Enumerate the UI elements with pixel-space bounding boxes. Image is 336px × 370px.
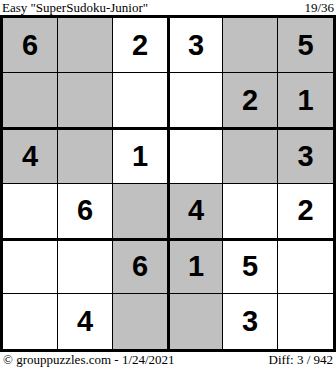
cell-r5c2[interactable]: [58, 239, 113, 294]
copyright-text: © grouppuzzles.com - 1/24/2021: [3, 353, 175, 367]
cell-r1c2[interactable]: [58, 18, 113, 73]
cell-r2c3[interactable]: [113, 73, 168, 128]
cells-counter: 19/36: [304, 1, 334, 15]
cell-r6c3[interactable]: [113, 294, 168, 349]
cell-r1c5[interactable]: [223, 18, 278, 73]
cell-r1c6[interactable]: 5: [278, 18, 333, 73]
cell-r6c4[interactable]: [168, 294, 223, 349]
footer: © grouppuzzles.com - 1/24/2021 Diff: 3 /…: [0, 352, 336, 370]
cell-r6c1[interactable]: [3, 294, 58, 349]
cell-r5c5[interactable]: 5: [223, 239, 278, 294]
header: Easy "SuperSudoku-Junior" 19/36: [0, 0, 336, 15]
cell-r5c3[interactable]: 6: [113, 239, 168, 294]
cell-r1c4[interactable]: 3: [168, 18, 223, 73]
difficulty-text: Diff: 3 / 942: [269, 353, 333, 367]
cell-r6c5[interactable]: 3: [223, 294, 278, 349]
cell-r6c6[interactable]: [278, 294, 333, 349]
cell-r5c4[interactable]: 1: [168, 239, 223, 294]
cell-r4c1[interactable]: [3, 184, 58, 239]
cell-r3c6[interactable]: 3: [278, 128, 333, 183]
cell-r5c1[interactable]: [3, 239, 58, 294]
cell-r2c2[interactable]: [58, 73, 113, 128]
cell-r3c1[interactable]: 4: [3, 128, 58, 183]
cell-r2c6[interactable]: 1: [278, 73, 333, 128]
cell-r2c5[interactable]: 2: [223, 73, 278, 128]
cell-r1c3[interactable]: 2: [113, 18, 168, 73]
cell-r6c2[interactable]: 4: [58, 294, 113, 349]
cell-r4c6[interactable]: 2: [278, 184, 333, 239]
cell-r3c4[interactable]: [168, 128, 223, 183]
cell-r4c4[interactable]: 4: [168, 184, 223, 239]
sudoku-board: 62352141364261543: [0, 15, 336, 352]
cell-r1c1[interactable]: 6: [3, 18, 58, 73]
cell-r5c6[interactable]: [278, 239, 333, 294]
cell-r3c5[interactable]: [223, 128, 278, 183]
cell-r4c2[interactable]: 6: [58, 184, 113, 239]
cell-r3c3[interactable]: 1: [113, 128, 168, 183]
puzzle-title: Easy "SuperSudoku-Junior": [2, 1, 148, 15]
cell-r4c3[interactable]: [113, 184, 168, 239]
cell-r2c4[interactable]: [168, 73, 223, 128]
cell-r4c5[interactable]: [223, 184, 278, 239]
cell-r3c2[interactable]: [58, 128, 113, 183]
cell-r2c1[interactable]: [3, 73, 58, 128]
